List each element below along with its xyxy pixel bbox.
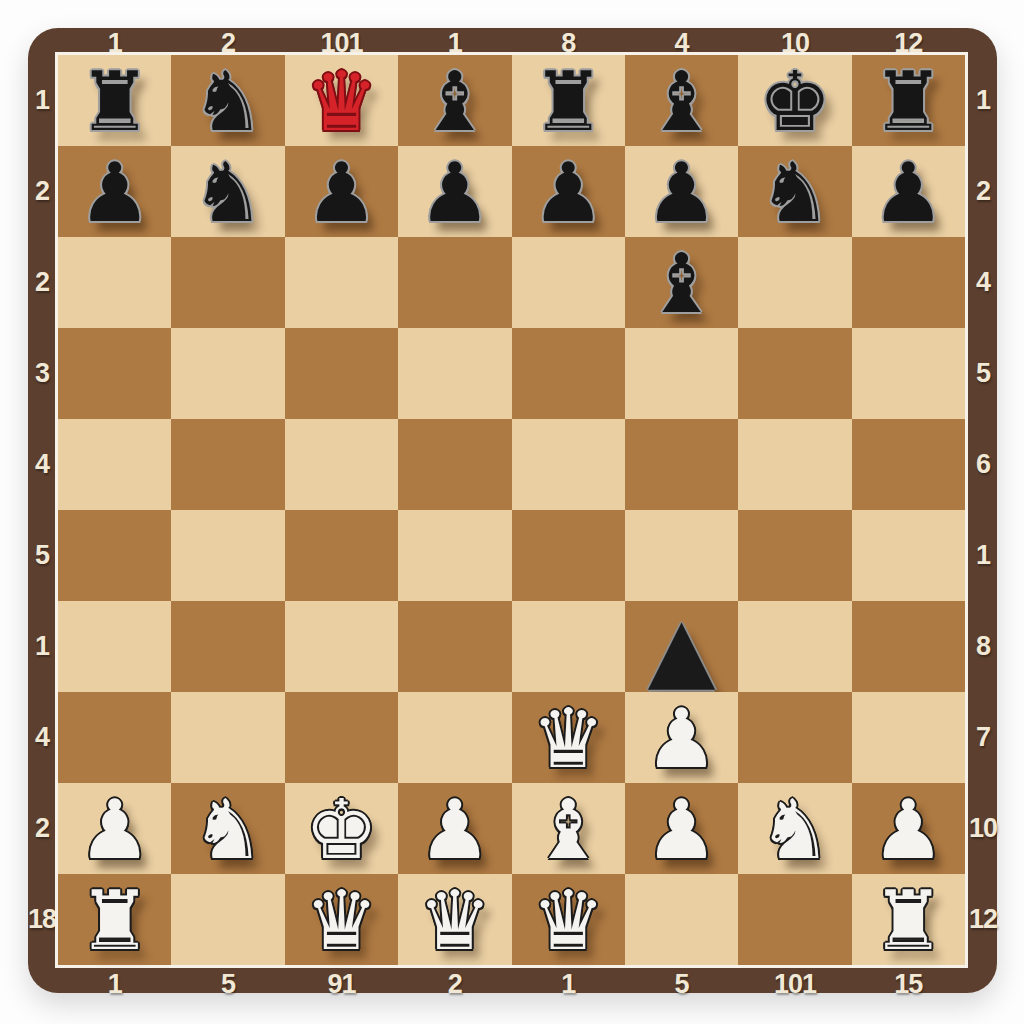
square-r5-c5[interactable] <box>512 419 625 510</box>
right-label-1: 1 <box>969 55 997 146</box>
square-r2-c7[interactable]: ♞ <box>738 146 851 237</box>
square-r8-c6[interactable]: ♟ <box>625 692 738 783</box>
square-r2-c2[interactable]: ♞ <box>171 146 284 237</box>
square-r4-c1[interactable] <box>58 328 171 419</box>
board-frame: 121011841012 159121510115 12234514218 12… <box>28 28 997 993</box>
black-pawn[interactable]: ♟ <box>625 146 738 237</box>
bottom-label-4: 2 <box>398 969 511 1000</box>
square-r6-c5[interactable] <box>512 510 625 601</box>
right-label-9: 10 <box>969 783 997 874</box>
left-label-2: 2 <box>28 146 56 237</box>
square-r3-c4[interactable] <box>398 237 511 328</box>
right-coordinate-labels: 124561871012 <box>969 55 997 965</box>
square-r6-c8[interactable] <box>852 510 965 601</box>
square-r5-c2[interactable] <box>171 419 284 510</box>
square-r8-c5[interactable]: ♛ <box>512 692 625 783</box>
black-rook[interactable]: ♜ <box>58 55 171 146</box>
white-queen[interactable]: ♛ <box>398 874 511 965</box>
white-queen[interactable]: ♛ <box>285 874 398 965</box>
white-pawn[interactable]: ♟ <box>58 783 171 874</box>
square-r5-c1[interactable] <box>58 419 171 510</box>
square-r8-c3[interactable] <box>285 692 398 783</box>
square-r6-c6[interactable] <box>625 510 738 601</box>
square-r4-c3[interactable] <box>285 328 398 419</box>
board-playing-area: ♜♞♛♝♜♝♚♜♟♞♟♟♟♟♞♟♝▲♛♟♟♞♚♟♝♟♞♟♜♛♛♛♜ <box>55 52 968 968</box>
right-label-8: 7 <box>969 692 997 783</box>
square-r6-c1[interactable] <box>58 510 171 601</box>
bottom-coordinate-labels: 159121510115 <box>58 969 965 993</box>
square-r4-c2[interactable] <box>171 328 284 419</box>
square-r8-c1[interactable] <box>58 692 171 783</box>
left-label-1: 1 <box>28 55 56 146</box>
right-label-5: 6 <box>969 419 997 510</box>
white-rook[interactable]: ♜ <box>852 874 965 965</box>
square-r10-c4[interactable]: ♛ <box>398 874 511 965</box>
black-pawn[interactable]: ♟ <box>285 146 398 237</box>
square-r6-c7[interactable] <box>738 510 851 601</box>
page: 121011841012 159121510115 12234514218 12… <box>0 0 1024 1024</box>
square-r6-c3[interactable] <box>285 510 398 601</box>
black-knight[interactable]: ♞ <box>171 55 284 146</box>
square-r2-c8[interactable]: ♟ <box>852 146 965 237</box>
right-label-4: 5 <box>969 328 997 419</box>
square-r3-c6[interactable]: ♝ <box>625 237 738 328</box>
white-pawn[interactable]: ♟ <box>852 783 965 874</box>
board-grid: ♜♞♛♝♜♝♚♜♟♞♟♟♟♟♞♟♝▲♛♟♟♞♚♟♝♟♞♟♜♛♛♛♜ <box>58 55 965 965</box>
square-r3-c8[interactable] <box>852 237 965 328</box>
black-knight[interactable]: ♞ <box>738 146 851 237</box>
black-bishop[interactable]: ♝ <box>625 55 738 146</box>
black-rook[interactable]: ♜ <box>852 55 965 146</box>
bottom-label-3: 91 <box>285 969 398 1000</box>
left-label-8: 4 <box>28 692 56 783</box>
square-r10-c5[interactable]: ♛ <box>512 874 625 965</box>
square-r10-c7[interactable] <box>738 874 851 965</box>
black-bishop[interactable]: ♝ <box>625 237 738 328</box>
red-queen[interactable]: ♛ <box>285 55 398 146</box>
square-r1-c8[interactable]: ♜ <box>852 55 965 146</box>
square-r3-c3[interactable] <box>285 237 398 328</box>
square-r9-c4[interactable]: ♟ <box>398 783 511 874</box>
square-r7-c5[interactable] <box>512 601 625 692</box>
square-r1-c7[interactable]: ♚ <box>738 55 851 146</box>
square-r9-c8[interactable]: ♟ <box>852 783 965 874</box>
white-queen[interactable]: ♛ <box>512 874 625 965</box>
square-r9-c1[interactable]: ♟ <box>58 783 171 874</box>
square-r1-c1[interactable]: ♜ <box>58 55 171 146</box>
square-r7-c1[interactable] <box>58 601 171 692</box>
square-r8-c8[interactable] <box>852 692 965 783</box>
white-pawn[interactable]: ♟ <box>398 783 511 874</box>
square-r5-c6[interactable] <box>625 419 738 510</box>
black-bishop[interactable]: ♝ <box>398 55 511 146</box>
bottom-label-6: 5 <box>625 969 738 1000</box>
square-r5-c7[interactable] <box>738 419 851 510</box>
left-label-4: 3 <box>28 328 56 419</box>
black-knight[interactable]: ♞ <box>171 146 284 237</box>
square-r2-c6[interactable]: ♟ <box>625 146 738 237</box>
square-r1-c5[interactable]: ♜ <box>512 55 625 146</box>
bottom-label-5: 1 <box>512 969 625 1000</box>
square-r1-c3[interactable]: ♛ <box>285 55 398 146</box>
white-knight[interactable]: ♞ <box>171 783 284 874</box>
square-r5-c4[interactable] <box>398 419 511 510</box>
right-label-2: 2 <box>969 146 997 237</box>
square-r3-c5[interactable] <box>512 237 625 328</box>
black-pyramid-piece[interactable]: ▲ <box>625 601 738 692</box>
white-rook[interactable]: ♜ <box>58 874 171 965</box>
right-label-6: 1 <box>969 510 997 601</box>
square-r9-c3[interactable]: ♚ <box>285 783 398 874</box>
square-r1-c6[interactable]: ♝ <box>625 55 738 146</box>
square-r4-c5[interactable] <box>512 328 625 419</box>
black-pawn[interactable]: ♟ <box>58 146 171 237</box>
right-label-3: 4 <box>969 237 997 328</box>
square-r7-c4[interactable] <box>398 601 511 692</box>
square-r9-c2[interactable]: ♞ <box>171 783 284 874</box>
left-coordinate-labels: 12234514218 <box>28 55 55 965</box>
left-label-5: 4 <box>28 419 56 510</box>
left-label-7: 1 <box>28 601 56 692</box>
square-r2-c3[interactable]: ♟ <box>285 146 398 237</box>
square-r2-c4[interactable]: ♟ <box>398 146 511 237</box>
bottom-label-1: 1 <box>58 969 171 1000</box>
square-r9-c5[interactable]: ♝ <box>512 783 625 874</box>
square-r7-c8[interactable] <box>852 601 965 692</box>
square-r1-c2[interactable]: ♞ <box>171 55 284 146</box>
white-knight[interactable]: ♞ <box>738 783 851 874</box>
square-r4-c8[interactable] <box>852 328 965 419</box>
left-label-10: 18 <box>28 874 56 965</box>
square-r8-c2[interactable] <box>171 692 284 783</box>
square-r10-c1[interactable]: ♜ <box>58 874 171 965</box>
white-pawn[interactable]: ♟ <box>625 783 738 874</box>
black-pawn[interactable]: ♟ <box>512 146 625 237</box>
square-r10-c3[interactable]: ♛ <box>285 874 398 965</box>
square-r9-c7[interactable]: ♞ <box>738 783 851 874</box>
square-r7-c3[interactable] <box>285 601 398 692</box>
square-r6-c2[interactable] <box>171 510 284 601</box>
white-bishop[interactable]: ♝ <box>512 783 625 874</box>
square-r8-c4[interactable] <box>398 692 511 783</box>
square-r10-c8[interactable]: ♜ <box>852 874 965 965</box>
left-label-9: 2 <box>28 783 56 874</box>
black-pawn[interactable]: ♟ <box>852 146 965 237</box>
square-r10-c2[interactable] <box>171 874 284 965</box>
square-r9-c6[interactable]: ♟ <box>625 783 738 874</box>
black-pawn[interactable]: ♟ <box>398 146 511 237</box>
top-coordinate-labels: 121011841012 <box>58 28 965 53</box>
square-r3-c7[interactable] <box>738 237 851 328</box>
square-r4-c6[interactable] <box>625 328 738 419</box>
square-r7-c6[interactable]: ▲ <box>625 601 738 692</box>
right-label-10: 12 <box>969 874 997 965</box>
square-r5-c8[interactable] <box>852 419 965 510</box>
white-queen[interactable]: ♛ <box>512 692 625 783</box>
bottom-label-7: 101 <box>738 969 851 1000</box>
black-king-cross-hybrid[interactable]: ♚ <box>738 55 851 146</box>
square-r7-c7[interactable] <box>738 601 851 692</box>
left-label-6: 5 <box>28 510 56 601</box>
bottom-label-8: 15 <box>852 969 965 1000</box>
square-r1-c4[interactable]: ♝ <box>398 55 511 146</box>
left-label-3: 2 <box>28 237 56 328</box>
square-r4-c7[interactable] <box>738 328 851 419</box>
white-king-crown-hybrid[interactable]: ♚ <box>285 783 398 874</box>
square-r7-c2[interactable] <box>171 601 284 692</box>
square-r4-c4[interactable] <box>398 328 511 419</box>
square-r8-c7[interactable] <box>738 692 851 783</box>
square-r10-c6[interactable] <box>625 874 738 965</box>
bottom-label-2: 5 <box>171 969 284 1000</box>
square-r6-c4[interactable] <box>398 510 511 601</box>
square-r5-c3[interactable] <box>285 419 398 510</box>
square-r3-c1[interactable] <box>58 237 171 328</box>
right-label-7: 8 <box>969 601 997 692</box>
white-pawn[interactable]: ♟ <box>625 692 738 783</box>
square-r2-c1[interactable]: ♟ <box>58 146 171 237</box>
square-r2-c5[interactable]: ♟ <box>512 146 625 237</box>
square-r3-c2[interactable] <box>171 237 284 328</box>
black-rook[interactable]: ♜ <box>512 55 625 146</box>
